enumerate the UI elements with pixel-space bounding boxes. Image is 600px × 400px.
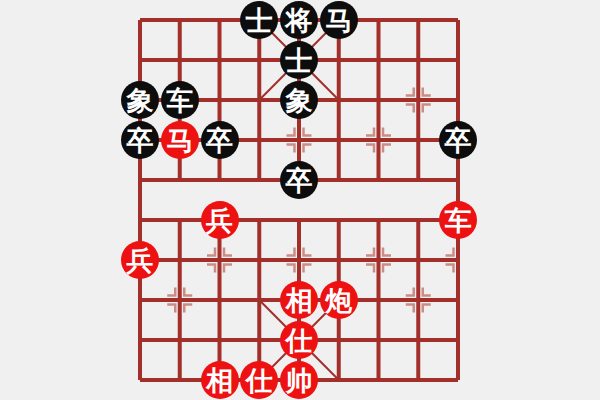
black-chariot[interactable]: 车 (161, 81, 199, 119)
black-elephant-1[interactable]: 象 (121, 81, 159, 119)
pieces-layer: 士将马士象车象卒马卒卒卒兵车兵相炮仕相仕帅 (120, 0, 478, 400)
red-soldier-2[interactable]: 兵 (121, 241, 159, 279)
black-advisor-1[interactable]: 士 (240, 1, 278, 39)
black-advisor-2[interactable]: 士 (280, 41, 318, 79)
black-soldier-3[interactable]: 卒 (439, 121, 477, 159)
red-advisor-2[interactable]: 仕 (240, 361, 278, 399)
red-horse[interactable]: 马 (161, 121, 199, 159)
black-horse[interactable]: 马 (320, 1, 358, 39)
red-elephant-2[interactable]: 相 (201, 361, 239, 399)
red-elephant-1[interactable]: 相 (280, 281, 318, 319)
red-advisor-1[interactable]: 仕 (280, 321, 318, 359)
black-soldier-1[interactable]: 卒 (121, 121, 159, 159)
black-soldier-4[interactable]: 卒 (280, 161, 318, 199)
red-king[interactable]: 帅 (280, 361, 318, 399)
black-soldier-2[interactable]: 卒 (201, 121, 239, 159)
xiangqi-board[interactable]: 士将马士象车象卒马卒卒卒兵车兵相炮仕相仕帅 (0, 0, 600, 400)
red-cannon[interactable]: 炮 (320, 281, 358, 319)
black-elephant-2[interactable]: 象 (280, 81, 318, 119)
black-king[interactable]: 将 (280, 1, 318, 39)
red-soldier-1[interactable]: 兵 (201, 201, 239, 239)
red-chariot[interactable]: 车 (439, 201, 477, 239)
